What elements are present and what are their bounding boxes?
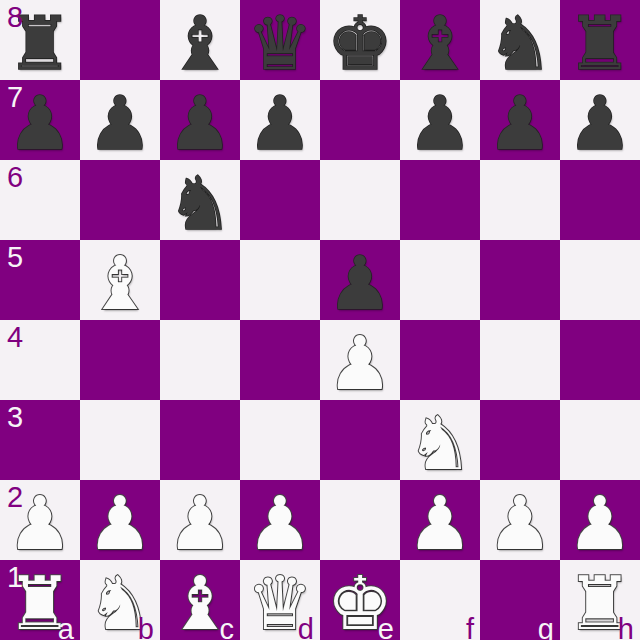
file-label-c: c bbox=[220, 615, 235, 640]
square-h3[interactable] bbox=[560, 400, 640, 480]
square-d8[interactable]: ♛ bbox=[240, 0, 320, 80]
square-c2[interactable]: ♟ bbox=[160, 480, 240, 560]
square-f8[interactable]: ♝ bbox=[400, 0, 480, 80]
file-label-f: f bbox=[466, 615, 474, 640]
piece-black-rook[interactable]: ♜ bbox=[567, 3, 633, 83]
square-h2[interactable]: ♟ bbox=[560, 480, 640, 560]
file-label-b: b bbox=[138, 615, 154, 640]
rank-label-8: 8 bbox=[7, 3, 23, 32]
piece-white-pawn[interactable]: ♟ bbox=[87, 483, 153, 563]
piece-black-pawn[interactable]: ♟ bbox=[407, 83, 473, 163]
piece-black-pawn[interactable]: ♟ bbox=[247, 83, 313, 163]
rank-label-7: 7 bbox=[7, 83, 23, 112]
square-h5[interactable] bbox=[560, 240, 640, 320]
piece-black-knight[interactable]: ♞ bbox=[167, 163, 233, 243]
chess-board: ♜8♝♛♚♝♞♜♟7♟♟♟♟♟♟6♞5♝♟4♟3♞♟2♟♟♟♟♟♟♜1a♞b♝c… bbox=[0, 0, 640, 640]
square-a2[interactable]: ♟2 bbox=[0, 480, 80, 560]
piece-white-pawn[interactable]: ♟ bbox=[487, 483, 553, 563]
square-h4[interactable] bbox=[560, 320, 640, 400]
square-g2[interactable]: ♟ bbox=[480, 480, 560, 560]
square-c7[interactable]: ♟ bbox=[160, 80, 240, 160]
piece-black-knight[interactable]: ♞ bbox=[487, 3, 553, 83]
square-h7[interactable]: ♟ bbox=[560, 80, 640, 160]
square-a4[interactable]: 4 bbox=[0, 320, 80, 400]
piece-black-bishop[interactable]: ♝ bbox=[167, 3, 233, 83]
square-f1[interactable]: f bbox=[400, 560, 480, 640]
piece-black-pawn[interactable]: ♟ bbox=[167, 83, 233, 163]
rank-label-3: 3 bbox=[7, 403, 23, 432]
square-g4[interactable] bbox=[480, 320, 560, 400]
rank-label-5: 5 bbox=[7, 243, 23, 272]
square-c8[interactable]: ♝ bbox=[160, 0, 240, 80]
piece-black-pawn[interactable]: ♟ bbox=[567, 83, 633, 163]
piece-white-pawn[interactable]: ♟ bbox=[567, 483, 633, 563]
rank-label-4: 4 bbox=[7, 323, 23, 352]
square-d5[interactable] bbox=[240, 240, 320, 320]
square-d6[interactable] bbox=[240, 160, 320, 240]
piece-black-pawn[interactable]: ♟ bbox=[327, 243, 393, 323]
square-g8[interactable]: ♞ bbox=[480, 0, 560, 80]
square-e7[interactable] bbox=[320, 80, 400, 160]
rank-label-1: 1 bbox=[7, 563, 23, 592]
square-h8[interactable]: ♜ bbox=[560, 0, 640, 80]
square-g5[interactable] bbox=[480, 240, 560, 320]
piece-black-bishop[interactable]: ♝ bbox=[407, 3, 473, 83]
square-f3[interactable]: ♞ bbox=[400, 400, 480, 480]
piece-white-knight[interactable]: ♞ bbox=[407, 403, 473, 483]
square-b8[interactable] bbox=[80, 0, 160, 80]
square-e8[interactable]: ♚ bbox=[320, 0, 400, 80]
piece-black-king[interactable]: ♚ bbox=[327, 3, 393, 83]
square-b7[interactable]: ♟ bbox=[80, 80, 160, 160]
piece-white-pawn[interactable]: ♟ bbox=[247, 483, 313, 563]
square-f2[interactable]: ♟ bbox=[400, 480, 480, 560]
square-f7[interactable]: ♟ bbox=[400, 80, 480, 160]
square-d7[interactable]: ♟ bbox=[240, 80, 320, 160]
square-a8[interactable]: ♜8 bbox=[0, 0, 80, 80]
piece-black-pawn[interactable]: ♟ bbox=[487, 83, 553, 163]
square-a7[interactable]: ♟7 bbox=[0, 80, 80, 160]
piece-white-pawn[interactable]: ♟ bbox=[407, 483, 473, 563]
square-c3[interactable] bbox=[160, 400, 240, 480]
piece-black-pawn[interactable]: ♟ bbox=[87, 83, 153, 163]
square-g3[interactable] bbox=[480, 400, 560, 480]
square-b3[interactable] bbox=[80, 400, 160, 480]
rank-label-2: 2 bbox=[7, 483, 23, 512]
square-a5[interactable]: 5 bbox=[0, 240, 80, 320]
square-g6[interactable] bbox=[480, 160, 560, 240]
square-e6[interactable] bbox=[320, 160, 400, 240]
square-c1[interactable]: ♝c bbox=[160, 560, 240, 640]
file-label-g: g bbox=[538, 615, 554, 640]
piece-white-pawn[interactable]: ♟ bbox=[167, 483, 233, 563]
square-c5[interactable] bbox=[160, 240, 240, 320]
square-d2[interactable]: ♟ bbox=[240, 480, 320, 560]
square-b1[interactable]: ♞b bbox=[80, 560, 160, 640]
square-b4[interactable] bbox=[80, 320, 160, 400]
piece-white-bishop[interactable]: ♝ bbox=[87, 243, 153, 323]
file-label-h: h bbox=[618, 615, 634, 640]
square-d3[interactable] bbox=[240, 400, 320, 480]
square-e3[interactable] bbox=[320, 400, 400, 480]
square-f5[interactable] bbox=[400, 240, 480, 320]
square-b6[interactable] bbox=[80, 160, 160, 240]
square-c4[interactable] bbox=[160, 320, 240, 400]
square-d1[interactable]: ♛d bbox=[240, 560, 320, 640]
square-a6[interactable]: 6 bbox=[0, 160, 80, 240]
file-label-a: a bbox=[58, 615, 74, 640]
square-h6[interactable] bbox=[560, 160, 640, 240]
square-e1[interactable]: ♚e bbox=[320, 560, 400, 640]
piece-white-pawn[interactable]: ♟ bbox=[327, 323, 393, 403]
square-f4[interactable] bbox=[400, 320, 480, 400]
square-a3[interactable]: 3 bbox=[0, 400, 80, 480]
square-g7[interactable]: ♟ bbox=[480, 80, 560, 160]
file-label-d: d bbox=[298, 615, 314, 640]
square-b2[interactable]: ♟ bbox=[80, 480, 160, 560]
square-e4[interactable]: ♟ bbox=[320, 320, 400, 400]
square-e2[interactable] bbox=[320, 480, 400, 560]
square-h1[interactable]: ♜h bbox=[560, 560, 640, 640]
square-f6[interactable] bbox=[400, 160, 480, 240]
square-b5[interactable]: ♝ bbox=[80, 240, 160, 320]
file-label-e: e bbox=[378, 615, 394, 640]
square-e5[interactable]: ♟ bbox=[320, 240, 400, 320]
square-d4[interactable] bbox=[240, 320, 320, 400]
square-g1[interactable]: g bbox=[480, 560, 560, 640]
square-a1[interactable]: ♜1a bbox=[0, 560, 80, 640]
square-c6[interactable]: ♞ bbox=[160, 160, 240, 240]
rank-label-6: 6 bbox=[7, 163, 23, 192]
piece-black-queen[interactable]: ♛ bbox=[247, 3, 313, 83]
